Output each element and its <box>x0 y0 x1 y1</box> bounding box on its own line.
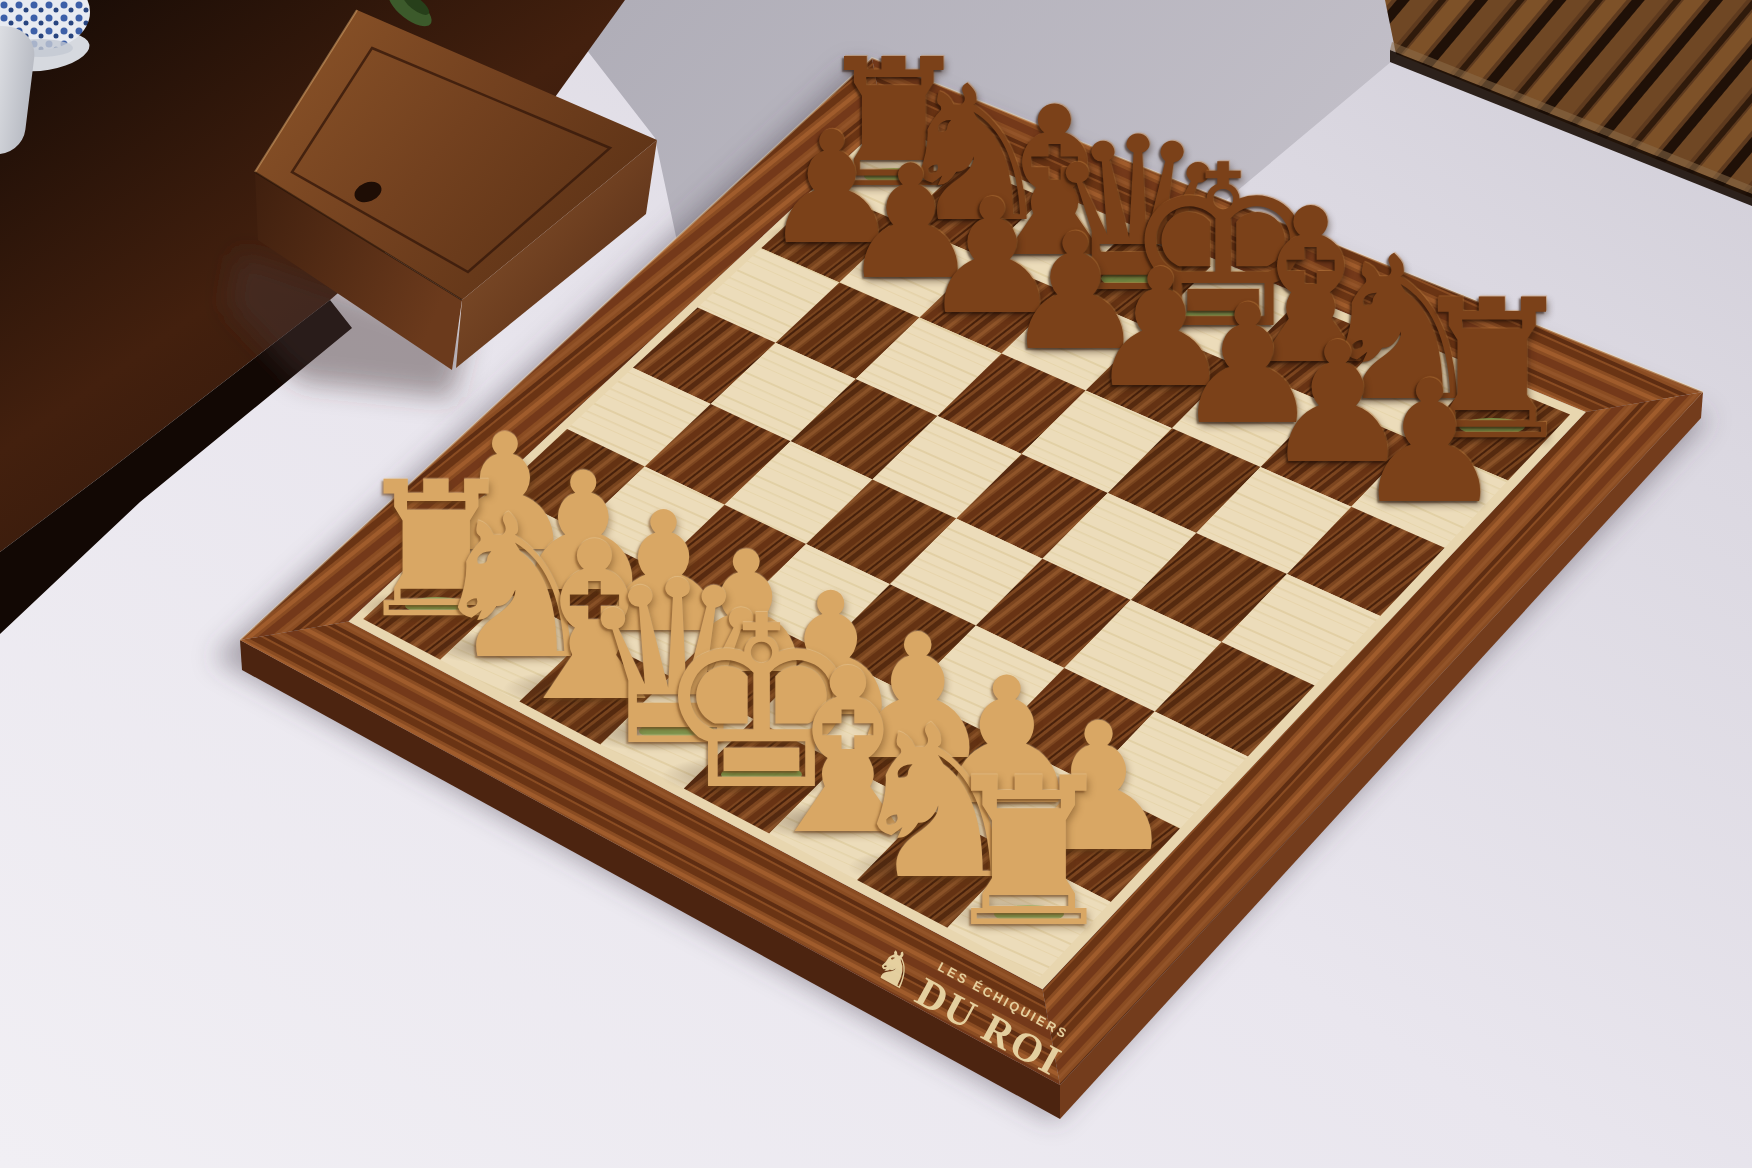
piece-white-r-h1[interactable]: ♜ <box>926 751 1131 956</box>
logo-knight-icon: ♞ <box>867 938 925 998</box>
piece-black-p-h7[interactable]: ♟ <box>1345 358 1514 527</box>
scene: ♞ LES ÉCHIQUIERS DU ROI ♜♞♝♛♚♝♞♜♟♟♟♟♟♟♟♟… <box>0 0 1752 1168</box>
